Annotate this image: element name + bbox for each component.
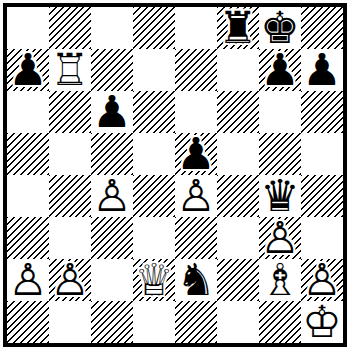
square-b2[interactable]: ♟♙ — [49, 259, 91, 301]
square-b1[interactable] — [49, 301, 91, 343]
square-b7[interactable]: ♜♖ — [49, 49, 91, 91]
square-e8[interactable] — [175, 7, 217, 49]
square-a4[interactable] — [7, 175, 49, 217]
square-a7[interactable]: ♟♟ — [7, 49, 49, 91]
white-queen-backing: ♛ — [133, 259, 175, 301]
white-king-backing: ♚ — [301, 301, 343, 343]
black-rook-icon: ♜ — [217, 7, 259, 49]
black-pawn-icon: ♟ — [259, 49, 301, 91]
square-g8[interactable]: ♚♚ — [259, 7, 301, 49]
white-pawn-icon: ♙ — [7, 259, 49, 301]
square-c4[interactable]: ♟♙ — [91, 175, 133, 217]
square-a3[interactable] — [7, 217, 49, 259]
square-e5[interactable]: ♟♟ — [175, 133, 217, 175]
black-pawn-backing: ♟ — [7, 49, 49, 91]
black-pawn-backing: ♟ — [175, 133, 217, 175]
chess-diagram: ♜♜♚♚♟♟♜♖♟♟♟♟♟♟♟♟♟♙♟♙♛♛♟♙♟♙♟♙♛♕♞♞♝♗♟♙♚♔ — [0, 0, 350, 350]
square-b3[interactable] — [49, 217, 91, 259]
square-h3[interactable] — [301, 217, 343, 259]
white-king-icon: ♔ — [301, 301, 343, 343]
square-b6[interactable] — [49, 91, 91, 133]
white-queen-icon: ♕ — [133, 259, 175, 301]
white-pawn-icon: ♙ — [259, 217, 301, 259]
square-e7[interactable] — [175, 49, 217, 91]
square-d7[interactable] — [133, 49, 175, 91]
black-pawn-icon: ♟ — [7, 49, 49, 91]
square-g2[interactable]: ♝♗ — [259, 259, 301, 301]
square-h5[interactable] — [301, 133, 343, 175]
square-h1[interactable]: ♚♔ — [301, 301, 343, 343]
black-pawn-icon: ♟ — [301, 49, 343, 91]
square-g4[interactable]: ♛♛ — [259, 175, 301, 217]
white-bishop-backing: ♝ — [259, 259, 301, 301]
square-e3[interactable] — [175, 217, 217, 259]
black-pawn-icon: ♟ — [91, 91, 133, 133]
black-pawn-backing: ♟ — [259, 49, 301, 91]
square-h6[interactable] — [301, 91, 343, 133]
square-e1[interactable] — [175, 301, 217, 343]
white-pawn-backing: ♟ — [301, 259, 343, 301]
square-c6[interactable]: ♟♟ — [91, 91, 133, 133]
black-knight-backing: ♞ — [175, 259, 217, 301]
square-c2[interactable] — [91, 259, 133, 301]
square-d1[interactable] — [133, 301, 175, 343]
square-d8[interactable] — [133, 7, 175, 49]
square-d4[interactable] — [133, 175, 175, 217]
square-h4[interactable] — [301, 175, 343, 217]
black-pawn-backing: ♟ — [301, 49, 343, 91]
square-f1[interactable] — [217, 301, 259, 343]
black-king-backing: ♚ — [259, 7, 301, 49]
square-b4[interactable] — [49, 175, 91, 217]
white-pawn-backing: ♟ — [91, 175, 133, 217]
square-a6[interactable] — [7, 91, 49, 133]
black-king-icon: ♚ — [259, 7, 301, 49]
square-c8[interactable] — [91, 7, 133, 49]
square-h8[interactable] — [301, 7, 343, 49]
white-pawn-icon: ♙ — [301, 259, 343, 301]
white-pawn-icon: ♙ — [91, 175, 133, 217]
square-a8[interactable] — [7, 7, 49, 49]
square-d3[interactable] — [133, 217, 175, 259]
square-f3[interactable] — [217, 217, 259, 259]
square-a2[interactable]: ♟♙ — [7, 259, 49, 301]
white-pawn-backing: ♟ — [49, 259, 91, 301]
square-g5[interactable] — [259, 133, 301, 175]
chessboard: ♜♜♚♚♟♟♜♖♟♟♟♟♟♟♟♟♟♙♟♙♛♛♟♙♟♙♟♙♛♕♞♞♝♗♟♙♚♔ — [3, 3, 347, 347]
square-f4[interactable] — [217, 175, 259, 217]
square-g3[interactable]: ♟♙ — [259, 217, 301, 259]
white-pawn-backing: ♟ — [7, 259, 49, 301]
white-bishop-icon: ♗ — [259, 259, 301, 301]
square-a1[interactable] — [7, 301, 49, 343]
black-knight-icon: ♞ — [175, 259, 217, 301]
square-c1[interactable] — [91, 301, 133, 343]
square-g6[interactable] — [259, 91, 301, 133]
square-h7[interactable]: ♟♟ — [301, 49, 343, 91]
square-b8[interactable] — [49, 7, 91, 49]
square-c5[interactable] — [91, 133, 133, 175]
square-e6[interactable] — [175, 91, 217, 133]
white-rook-backing: ♜ — [49, 49, 91, 91]
square-f7[interactable] — [217, 49, 259, 91]
black-pawn-icon: ♟ — [175, 133, 217, 175]
square-h2[interactable]: ♟♙ — [301, 259, 343, 301]
square-d5[interactable] — [133, 133, 175, 175]
square-a5[interactable] — [7, 133, 49, 175]
square-b5[interactable] — [49, 133, 91, 175]
square-g7[interactable]: ♟♟ — [259, 49, 301, 91]
square-f5[interactable] — [217, 133, 259, 175]
white-pawn-icon: ♙ — [49, 259, 91, 301]
black-pawn-backing: ♟ — [91, 91, 133, 133]
white-pawn-backing: ♟ — [175, 175, 217, 217]
square-d2[interactable]: ♛♕ — [133, 259, 175, 301]
black-queen-icon: ♛ — [259, 175, 301, 217]
square-c3[interactable] — [91, 217, 133, 259]
square-f8[interactable]: ♜♜ — [217, 7, 259, 49]
square-c7[interactable] — [91, 49, 133, 91]
black-rook-backing: ♜ — [217, 7, 259, 49]
white-pawn-backing: ♟ — [259, 217, 301, 259]
square-e4[interactable]: ♟♙ — [175, 175, 217, 217]
square-d6[interactable] — [133, 91, 175, 133]
white-pawn-icon: ♙ — [175, 175, 217, 217]
square-e2[interactable]: ♞♞ — [175, 259, 217, 301]
square-f6[interactable] — [217, 91, 259, 133]
white-rook-icon: ♖ — [49, 49, 91, 91]
black-queen-backing: ♛ — [259, 175, 301, 217]
square-f2[interactable] — [217, 259, 259, 301]
square-g1[interactable] — [259, 301, 301, 343]
